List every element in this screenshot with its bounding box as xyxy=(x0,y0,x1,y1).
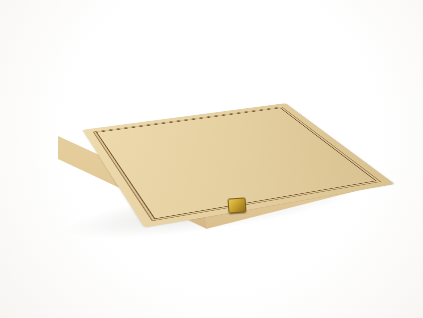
brass-clasp-icon xyxy=(227,197,246,213)
product-photo xyxy=(0,0,423,318)
